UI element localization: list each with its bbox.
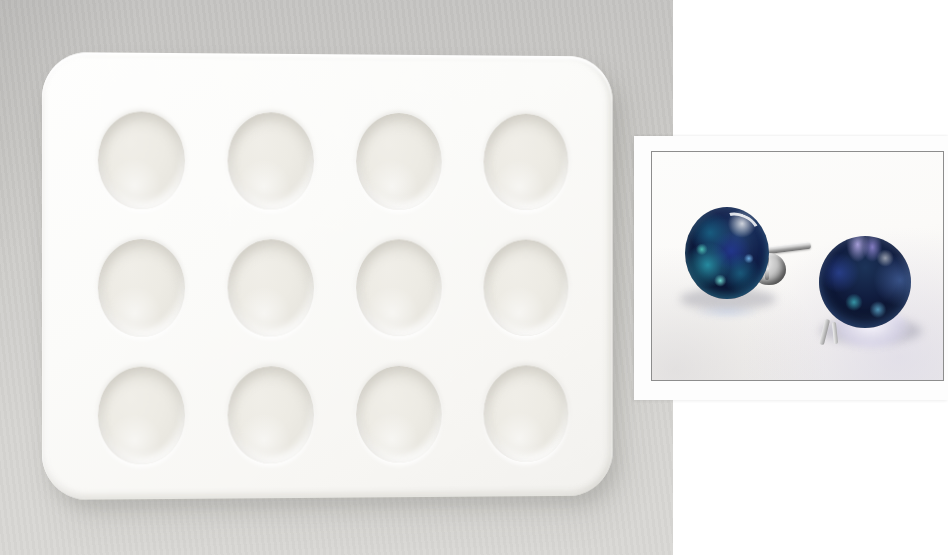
mold-cavity: [356, 366, 442, 463]
mold-cavity: [356, 239, 442, 336]
mold-cavity: [356, 113, 442, 210]
earring-right: [819, 236, 911, 328]
earring-left: [685, 207, 769, 299]
composite-product-image: [0, 0, 948, 555]
earrings-photo: [651, 151, 944, 381]
mold-cavity: [98, 111, 185, 209]
mold-cavity: [483, 114, 568, 211]
mold-photo-background: [0, 0, 673, 555]
mold-cavity: [228, 239, 314, 336]
reflection-streak: [692, 304, 762, 320]
mold-cavity: [228, 112, 314, 210]
mold-cavity: [228, 366, 314, 464]
mold-cavity-grid: [42, 52, 613, 500]
mold: [42, 52, 613, 500]
mold-cavity: [98, 367, 185, 465]
mold-cavity: [483, 365, 568, 462]
mold-cavity: [483, 240, 568, 336]
inset-card: [634, 136, 948, 400]
mold-cavity: [98, 239, 185, 337]
